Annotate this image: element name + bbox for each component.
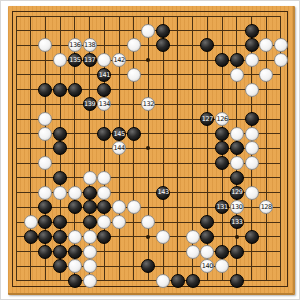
white-stone — [83, 245, 97, 259]
black-stone — [245, 112, 259, 126]
white-stone — [97, 186, 111, 200]
white-stone — [38, 156, 52, 170]
black-stone — [53, 259, 67, 273]
black-stone — [186, 274, 200, 288]
black-stone — [200, 38, 214, 52]
white-stone — [53, 186, 67, 200]
black-stone — [53, 245, 67, 259]
move-number-label: 139 — [84, 101, 95, 108]
move-number-label: 144 — [113, 145, 124, 152]
white-stone — [127, 68, 141, 82]
move-number-label: 143 — [158, 190, 169, 197]
black-stone — [38, 245, 52, 259]
move-number-label: 138 — [84, 42, 95, 49]
move-number-label: 134 — [99, 101, 110, 108]
white-stone — [141, 24, 155, 38]
white-stone — [68, 259, 82, 273]
black-stone — [68, 274, 82, 288]
white-stone — [215, 259, 229, 273]
black-stone — [230, 245, 244, 259]
white-stone — [141, 215, 155, 229]
black-stone: 135 — [68, 53, 82, 67]
black-stone — [245, 230, 259, 244]
white-stone — [83, 274, 97, 288]
white-stone — [38, 127, 52, 141]
white-stone — [259, 68, 273, 82]
black-stone — [141, 259, 155, 273]
black-stone — [38, 230, 52, 244]
go-board-diagram: 1361381351371421411391341321271261451441… — [0, 0, 300, 300]
white-stone — [97, 53, 111, 67]
black-stone — [68, 200, 82, 214]
black-stone — [53, 141, 67, 155]
move-number-label: 142 — [113, 57, 124, 64]
white-stone: 130 — [230, 200, 244, 214]
black-stone — [156, 24, 170, 38]
black-stone — [245, 24, 259, 38]
black-stone — [215, 53, 229, 67]
black-stone: 143 — [156, 186, 170, 200]
white-stone: 134 — [97, 97, 111, 111]
black-stone — [230, 141, 244, 155]
white-stone — [83, 171, 97, 185]
black-stone — [83, 215, 97, 229]
move-number-label: 128 — [261, 204, 272, 211]
white-stone — [245, 127, 259, 141]
black-stone — [215, 141, 229, 155]
black-stone — [230, 171, 244, 185]
white-stone — [230, 68, 244, 82]
black-stone: 133 — [230, 215, 244, 229]
white-stone: 128 — [259, 200, 273, 214]
black-stone — [230, 53, 244, 67]
black-stone: 127 — [200, 112, 214, 126]
white-stone — [230, 127, 244, 141]
move-number-label: 133 — [231, 219, 242, 226]
grid-line-vertical — [266, 16, 267, 281]
white-stone — [68, 230, 82, 244]
white-stone — [68, 186, 82, 200]
black-stone — [127, 127, 141, 141]
white-stone — [127, 38, 141, 52]
black-stone — [215, 156, 229, 170]
white-stone — [112, 215, 126, 229]
black-stone — [68, 245, 82, 259]
black-stone — [83, 200, 97, 214]
move-number-label: 127 — [202, 116, 213, 123]
black-stone: 145 — [112, 127, 126, 141]
white-stone — [112, 200, 126, 214]
black-stone — [245, 38, 259, 52]
white-stone: 138 — [83, 38, 97, 52]
move-number-label: 135 — [69, 57, 80, 64]
white-stone — [83, 259, 97, 273]
white-stone — [156, 274, 170, 288]
black-stone — [200, 230, 214, 244]
white-stone — [200, 245, 214, 259]
white-stone — [245, 141, 259, 155]
white-stone: 140 — [200, 259, 214, 273]
white-stone — [186, 245, 200, 259]
black-stone: 139 — [83, 97, 97, 111]
white-stone — [245, 83, 259, 97]
go-board[interactable]: 1361381351371421411391341321271261451441… — [8, 6, 295, 295]
white-stone — [186, 230, 200, 244]
white-stone: 132 — [141, 97, 155, 111]
move-number-label: 145 — [113, 131, 124, 138]
white-stone — [230, 156, 244, 170]
black-stone: 141 — [97, 68, 111, 82]
black-stone — [38, 200, 52, 214]
white-stone: 144 — [112, 141, 126, 155]
move-number-label: 136 — [69, 42, 80, 49]
black-stone — [97, 230, 111, 244]
black-stone — [171, 274, 185, 288]
black-stone: 131 — [215, 200, 229, 214]
move-number-label: 129 — [231, 190, 242, 197]
black-stone — [97, 83, 111, 97]
star-point — [146, 235, 150, 239]
white-stone — [83, 230, 97, 244]
white-stone — [274, 53, 288, 67]
white-stone — [97, 215, 111, 229]
black-stone — [53, 83, 67, 97]
black-stone — [53, 171, 67, 185]
black-stone — [83, 186, 97, 200]
white-stone — [24, 215, 38, 229]
black-stone: 129 — [230, 186, 244, 200]
black-stone — [215, 245, 229, 259]
star-point — [146, 146, 150, 150]
white-stone — [127, 200, 141, 214]
black-stone — [53, 230, 67, 244]
white-stone: 126 — [215, 112, 229, 126]
star-point — [146, 58, 150, 62]
black-stone — [53, 215, 67, 229]
white-stone — [38, 186, 52, 200]
white-stone — [245, 156, 259, 170]
white-stone — [53, 53, 67, 67]
grid-line-vertical — [177, 16, 178, 281]
move-number-label: 141 — [99, 72, 110, 79]
move-number-label: 131 — [216, 204, 227, 211]
black-stone — [38, 215, 52, 229]
black-stone — [38, 83, 52, 97]
white-stone: 142 — [112, 53, 126, 67]
white-stone — [274, 38, 288, 52]
black-stone — [53, 127, 67, 141]
white-stone — [38, 38, 52, 52]
black-stone — [24, 230, 38, 244]
black-stone — [156, 38, 170, 52]
move-number-label: 140 — [202, 263, 213, 270]
move-number-label: 132 — [143, 101, 154, 108]
white-stone — [97, 171, 111, 185]
black-stone: 137 — [83, 53, 97, 67]
black-stone — [215, 127, 229, 141]
black-stone — [68, 83, 82, 97]
black-stone — [97, 127, 111, 141]
move-number-label: 137 — [84, 57, 95, 64]
black-stone — [230, 274, 244, 288]
white-stone — [245, 186, 259, 200]
white-stone — [259, 38, 273, 52]
white-stone — [245, 53, 259, 67]
star-point — [235, 235, 239, 239]
white-stone: 136 — [68, 38, 82, 52]
move-number-label: 130 — [231, 204, 242, 211]
white-stone — [156, 230, 170, 244]
white-stone — [38, 112, 52, 126]
black-stone — [200, 215, 214, 229]
move-number-label: 126 — [216, 116, 227, 123]
black-stone — [97, 200, 111, 214]
